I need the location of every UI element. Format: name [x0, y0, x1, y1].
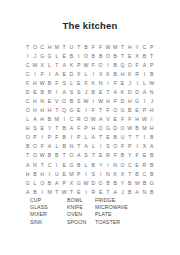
grid-cell: B [46, 152, 53, 161]
grid-cell: F [112, 97, 119, 106]
grid-cell: A [68, 124, 75, 133]
grid-cell: W [126, 124, 133, 133]
grid-cell: P [148, 43, 155, 52]
grid-cell: N [141, 188, 148, 197]
grid-cell: L [141, 79, 148, 88]
grid-cell: M [53, 115, 60, 124]
grid-cell: C [68, 115, 75, 124]
grid-cell: P [75, 170, 82, 179]
grid-cell: I [148, 115, 155, 124]
grid-cell: J [126, 79, 133, 88]
grid-cell: W [82, 179, 89, 188]
grid-cell: B [31, 188, 38, 197]
word-item: OVEN [67, 211, 95, 218]
grid-cell: W [82, 97, 89, 106]
grid-cell: C [141, 43, 148, 52]
grid-cell: Y [119, 179, 126, 188]
grid-cell: S [82, 152, 89, 161]
grid-cell: R [90, 188, 97, 197]
grid-cell: B [148, 188, 155, 197]
grid-cell: Y [46, 124, 53, 133]
grid-cell: J [31, 52, 38, 61]
grid-cell: G [68, 161, 75, 170]
grid-cell: S [60, 79, 67, 88]
grid-cell: T [133, 133, 140, 142]
grid-cell: C [24, 97, 31, 106]
grid-cell: R [133, 70, 140, 79]
grid-cell: G [104, 124, 111, 133]
grid-cell: B [119, 152, 126, 161]
grid-cell: P [82, 124, 89, 133]
grid-cell: C [141, 170, 148, 179]
grid-cell: B [112, 133, 119, 142]
grid-cell: E [46, 97, 53, 106]
word-list: CUPGLASSMIXERSINKBOWLKNIFEOVENSPOONFRIDG… [30, 197, 143, 226]
grid-cell: I [31, 70, 38, 79]
grid-cell: B [68, 97, 75, 106]
grid-cell: G [75, 179, 82, 188]
grid-cell: I [53, 88, 60, 97]
grid-cell: D [68, 70, 75, 79]
grid-cell: E [31, 88, 38, 97]
grid-cell: P [141, 106, 148, 115]
grid-cell: E [39, 124, 46, 133]
grid-cell: L [82, 70, 89, 79]
grid-cell: O [104, 52, 111, 61]
grid-cell: H [24, 170, 31, 179]
grid-cell: X [68, 179, 75, 188]
grid-cell: J [82, 88, 89, 97]
grid-cell: E [60, 52, 67, 61]
grid-cell: T [119, 52, 126, 61]
grid-cell: A [133, 188, 140, 197]
grid-cell: V [104, 115, 111, 124]
grid-cell: K [112, 170, 119, 179]
grid-cell: A [97, 115, 104, 124]
grid-cell: B [126, 106, 133, 115]
grid-cell: I [60, 115, 67, 124]
grid-cell: E [60, 70, 67, 79]
grid-cell: D [119, 97, 126, 106]
grid-cell: G [39, 52, 46, 61]
grid-cell: C [39, 43, 46, 52]
grid-cell: O [31, 152, 38, 161]
grid-cell: E [97, 152, 104, 161]
grid-cell: H [104, 97, 111, 106]
grid-cell: G [68, 106, 75, 115]
grid-cell: L [82, 161, 89, 170]
grid-cell: I [90, 97, 97, 106]
grid-cell: W [133, 179, 140, 188]
grid-cell: A [24, 161, 31, 170]
grid-cell: E [133, 106, 140, 115]
grid-cell: I [133, 79, 140, 88]
grid-cell: I [53, 161, 60, 170]
word-item: FRIDGE [95, 197, 143, 204]
puzzle-title: The kitchen [0, 20, 180, 31]
word-item: GLASS [30, 204, 67, 211]
grid-cell: O [24, 106, 31, 115]
grid-cell: T [53, 188, 60, 197]
grid-cell: I [141, 70, 148, 79]
grid-cell: O [31, 143, 38, 152]
grid-cell: G [148, 179, 155, 188]
grid-cell: T [126, 170, 133, 179]
grid-cell: O [68, 152, 75, 161]
grid-cell: B [141, 52, 148, 61]
grid-cell: T [60, 152, 67, 161]
word-item: PLATE [95, 211, 143, 218]
grid-cell: J [119, 188, 126, 197]
grid-cell: W [31, 61, 38, 70]
grid-cell: L [24, 115, 31, 124]
grid-cell: V [53, 97, 60, 106]
grid-cell: A [90, 133, 97, 142]
grid-cell: P [75, 133, 82, 142]
grid-cell: T [97, 106, 104, 115]
grid-cell: S [31, 124, 38, 133]
grid-cell: E [112, 115, 119, 124]
grid-cell: B [148, 161, 155, 170]
word-item: MICROWAVE [95, 204, 143, 211]
grid-cell: L [53, 52, 60, 61]
grid-cell: F [39, 143, 46, 152]
grid-cell: W [148, 79, 155, 88]
grid-cell: A [141, 61, 148, 70]
grid-cell: O [82, 115, 89, 124]
grid-cell: F [119, 115, 126, 124]
grid-cell: T [75, 43, 82, 52]
grid-cell: A [141, 88, 148, 97]
grid-cell: I [141, 97, 148, 106]
grid-cell: H [148, 106, 155, 115]
grid-cell: H [39, 106, 46, 115]
grid-cell: I [104, 61, 111, 70]
grid-cell: F [75, 124, 82, 133]
grid-cell: P [126, 143, 133, 152]
grid-cell: W [90, 115, 97, 124]
word-item: SINK [30, 219, 67, 226]
grid-cell: F [97, 43, 104, 52]
grid-cell: W [39, 152, 46, 161]
grid-cell: Y [126, 152, 133, 161]
grid-cell: H [46, 106, 53, 115]
grid-cell: F [90, 61, 97, 70]
grid-cell: B [97, 52, 104, 61]
grid-cell: D [133, 88, 140, 97]
grid-cell: K [104, 70, 111, 79]
grid-cell: S [75, 97, 82, 106]
grid-cell: F [53, 133, 60, 142]
grid-cell: X [39, 61, 46, 70]
grid-cell: T [60, 43, 67, 52]
grid-cell: E [60, 170, 67, 179]
grid-cell: K [68, 61, 75, 70]
grid-cell: Q [119, 61, 126, 70]
grid-cell: A [60, 61, 67, 70]
grid-cell: A [112, 88, 119, 97]
grid-cell: W [141, 115, 148, 124]
word-item: MIXER [30, 211, 67, 218]
grid-cell: M [53, 43, 60, 52]
word-list-column: CUPGLASSMIXERSINK [30, 197, 67, 226]
grid-cell: O [31, 43, 38, 52]
grid-cell: T [24, 43, 31, 52]
grid-cell: S [104, 143, 111, 152]
grid-cell: X [119, 170, 126, 179]
grid-cell: M [112, 43, 119, 52]
grid-cell: O [39, 179, 46, 188]
grid-cell: G [46, 52, 53, 61]
word-list-column: BOWLKNIFEOVENSPOON [67, 197, 95, 226]
grid-cell: L [90, 143, 97, 152]
grid-cell: A [60, 88, 67, 97]
grid-cell: D [126, 88, 133, 97]
grid-cell: N [97, 79, 104, 88]
grid-cell: B [148, 70, 155, 79]
grid-cell: E [75, 79, 82, 88]
grid-cell: H [148, 124, 155, 133]
grid-cell: G [24, 179, 31, 188]
grid-cell: I [141, 133, 148, 142]
grid-cell: K [119, 88, 126, 97]
grid-cell: B [148, 170, 155, 179]
grid-cell: H [31, 106, 38, 115]
grid-cell: F [133, 61, 140, 70]
grid-cell: F [53, 79, 60, 88]
grid-cell: B [53, 152, 60, 161]
grid-cell: L [68, 79, 75, 88]
grid-cell: H [46, 43, 53, 52]
grid-cell: I [39, 133, 46, 142]
grid-cell: A [53, 179, 60, 188]
grid-cell: F [126, 115, 133, 124]
grid-cell: C [126, 161, 133, 170]
grid-cell: A [75, 152, 82, 161]
grid-cell: T [53, 61, 60, 70]
grid-cell: T [119, 43, 126, 52]
grid-cell: B [24, 143, 31, 152]
grid-cell: D [24, 88, 31, 97]
grid-cell: B [60, 143, 67, 152]
grid-cell: O [82, 52, 89, 61]
grid-cell: W [82, 61, 89, 70]
grid-cell: B [90, 161, 97, 170]
grid-cell: F [39, 70, 46, 79]
grid-cell: D [112, 124, 119, 133]
grid-cell: F [112, 152, 119, 161]
grid-cell: I [133, 143, 140, 152]
wordsearch-grid: TOCHMTUTBFFWMTHYCPIJGGLEBIOBBOBTEXBTCWXL… [24, 43, 155, 197]
grid-cell: I [39, 188, 46, 197]
grid-cell: F [24, 79, 31, 88]
grid-cell: H [31, 79, 38, 88]
grid-cell: S [68, 88, 75, 97]
grid-cell: H [39, 170, 46, 179]
grid-cell: B [148, 133, 155, 142]
grid-cell: E [97, 88, 104, 97]
grid-cell: N [104, 170, 111, 179]
grid-cell: P [75, 61, 82, 70]
grid-cell: P [31, 133, 38, 142]
grid-cell: E [133, 161, 140, 170]
grid-cell: G [133, 97, 140, 106]
grid-cell: U [68, 43, 75, 52]
grid-cell: A [46, 143, 53, 152]
grid-cell: U [53, 170, 60, 179]
grid-cell: T [39, 161, 46, 170]
grid-cell: B [46, 115, 53, 124]
grid-cell: S [75, 88, 82, 97]
grid-cell: T [90, 152, 97, 161]
grid-cell: R [141, 161, 148, 170]
grid-cell: T [97, 133, 104, 142]
grid-cell: A [148, 143, 155, 152]
grid-cell: L [82, 133, 89, 142]
grid-cell: U [119, 133, 126, 142]
grid-cell: H [119, 70, 126, 79]
grid-cell: B [68, 52, 75, 61]
grid-cell: C [24, 70, 31, 79]
grid-cell: E [104, 133, 111, 142]
grid-cell: H [126, 43, 133, 52]
grid-cell: B [46, 79, 53, 88]
grid-cell: N [68, 143, 75, 152]
grid-cell: M [141, 124, 148, 133]
grid-cell: A [53, 70, 60, 79]
word-item: SPOON [67, 219, 95, 226]
grid-cell: W [97, 97, 104, 106]
grid-cell: B [112, 179, 119, 188]
grid-cell: B [126, 188, 133, 197]
grid-cell: L [31, 179, 38, 188]
grid-cell: O [112, 106, 119, 115]
grid-cell: E [75, 188, 82, 197]
grid-cell: T [68, 188, 75, 197]
grid-cell: I [46, 70, 53, 79]
grid-cell: N [112, 161, 119, 170]
grid-cell: F [112, 79, 119, 88]
grid-cell: P [60, 179, 67, 188]
grid-cell: I [104, 79, 111, 88]
word-item: BOWL [67, 197, 95, 204]
grid-cell: B [90, 88, 97, 97]
grid-cell: M [68, 170, 75, 179]
grid-cell: I [82, 106, 89, 115]
grid-cell: T [126, 133, 133, 142]
grid-cell: F [82, 79, 89, 88]
grid-cell: I [82, 170, 89, 179]
grid-cell: H [39, 115, 46, 124]
grid-cell: E [75, 106, 82, 115]
grid-cell: G [119, 106, 126, 115]
grid-cell: B [148, 152, 155, 161]
grid-cell: I [82, 188, 89, 197]
grid-cell: B [112, 52, 119, 61]
grid-cell: B [46, 179, 53, 188]
grid-cell: A [82, 143, 89, 152]
grid-cell: O [60, 97, 67, 106]
grid-cell: O [126, 61, 133, 70]
grid-cell: I [75, 52, 82, 61]
grid-cell: W [39, 79, 46, 88]
grid-cell: W [104, 43, 111, 52]
grid-cell: X [141, 143, 148, 152]
grid-cell: I [46, 170, 53, 179]
grid-cell: T [24, 152, 31, 161]
grid-cell: O [97, 61, 104, 70]
grid-cell: H [133, 115, 140, 124]
grid-cell: N [31, 161, 38, 170]
grid-cell: R [104, 152, 111, 161]
grid-cell: P [148, 61, 155, 70]
grid-cell: B [75, 161, 82, 170]
grid-cell: S [90, 170, 97, 179]
grid-cell: B [60, 133, 67, 142]
grid-cell: E [97, 188, 104, 197]
grid-cell: K [126, 70, 133, 79]
grid-cell: A [31, 115, 38, 124]
grid-cell: B [104, 179, 111, 188]
grid-cell: A [112, 188, 119, 197]
grid-cell: O [97, 179, 104, 188]
grid-cell: L [46, 61, 53, 70]
grid-cell: N [148, 88, 155, 97]
grid-cell: E [60, 161, 67, 170]
grid-cell: B [31, 170, 38, 179]
grid-cell: E [126, 52, 133, 61]
grid-cell: L [53, 143, 60, 152]
grid-cell: I [104, 161, 111, 170]
word-item: CUP [30, 197, 67, 204]
grid-cell: Y [133, 43, 140, 52]
word-list-column: FRIDGEMICROWAVEPLATETOASTER [95, 197, 143, 226]
grid-cell: T [53, 106, 60, 115]
grid-cell: B [133, 170, 140, 179]
grid-cell: X [133, 52, 140, 61]
grid-cell: A [24, 188, 31, 197]
grid-cell: R [46, 88, 53, 97]
grid-cell: F [90, 106, 97, 115]
grid-cell: P [46, 133, 53, 142]
grid-cell: I [24, 52, 31, 61]
grid-cell: T [104, 88, 111, 97]
grid-cell: Y [97, 161, 104, 170]
grid-cell: F [133, 152, 140, 161]
word-item: TOASTER [95, 219, 143, 226]
grid-cell: B [90, 52, 97, 61]
grid-cell: D [90, 179, 97, 188]
grid-cell: W [60, 188, 67, 197]
grid-cell: B [112, 70, 119, 79]
grid-cell: T [148, 52, 155, 61]
word-item: KNIFE [67, 204, 95, 211]
grid-cell: C [46, 161, 53, 170]
grid-cell: T [75, 143, 82, 152]
grid-cell: O [24, 133, 31, 142]
grid-cell: O [112, 143, 119, 152]
grid-cell: B [126, 179, 133, 188]
grid-cell: O [97, 124, 104, 133]
grid-cell: F [90, 43, 97, 52]
grid-cell: B [141, 179, 148, 188]
grid-cell: J [148, 97, 155, 106]
grid-cell: R [75, 115, 82, 124]
grid-cell: F [119, 143, 126, 152]
grid-cell: F [104, 106, 111, 115]
grid-cell: B [82, 43, 89, 52]
grid-cell: I [90, 70, 97, 79]
